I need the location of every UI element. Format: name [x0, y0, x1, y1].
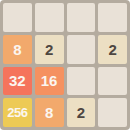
- 2048-board[interactable]: 822321625682: [0, 0, 130, 130]
- cell-empty: [98, 67, 127, 96]
- cell-empty: [35, 3, 64, 32]
- tile-2: 2: [67, 98, 96, 127]
- tile-32: 32: [3, 67, 32, 96]
- tile-2: 2: [98, 35, 127, 64]
- cell-empty: [67, 3, 96, 32]
- tile-8: 8: [3, 35, 32, 64]
- tile-256: 256: [3, 98, 32, 127]
- cell-empty: [67, 35, 96, 64]
- cell-empty: [98, 3, 127, 32]
- tile-8: 8: [35, 98, 64, 127]
- tile-2: 2: [35, 35, 64, 64]
- cell-empty: [3, 3, 32, 32]
- cell-empty: [98, 98, 127, 127]
- cell-empty: [67, 67, 96, 96]
- tile-16: 16: [35, 67, 64, 96]
